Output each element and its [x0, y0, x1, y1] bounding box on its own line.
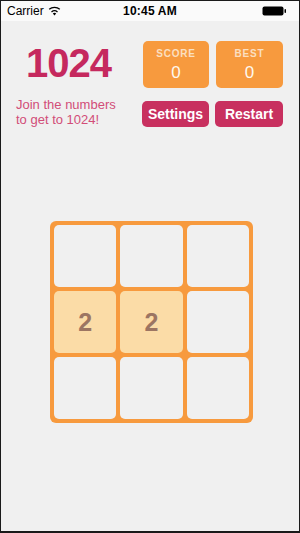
subtitle: Join the numbers to get to 1024! — [16, 98, 146, 127]
board-cell-empty — [54, 225, 116, 287]
best-label: BEST — [235, 48, 265, 59]
restart-button[interactable]: Restart — [215, 101, 283, 127]
subtitle-line-2: to get to 1024! — [16, 113, 146, 128]
board-cell-empty — [120, 357, 182, 419]
score-value: 0 — [171, 63, 180, 83]
board-cell-empty — [187, 291, 249, 353]
subtitle-line-1: Join the numbers — [16, 98, 146, 113]
settings-button[interactable]: Settings — [142, 101, 209, 127]
battery-icon — [262, 6, 286, 16]
board-cell-empty — [120, 225, 182, 287]
status-bar: Carrier 10:45 AM — [1, 1, 299, 21]
board[interactable]: 22 — [50, 221, 253, 423]
board-cell-empty — [54, 357, 116, 419]
tile-2: 2 — [120, 291, 182, 353]
best-value: 0 — [245, 63, 254, 83]
status-bar-time: 10:45 AM — [1, 4, 299, 18]
status-bar-right — [262, 1, 286, 21]
page-title: 1024 — [1, 41, 136, 86]
score-box: SCORE 0 — [143, 41, 209, 88]
best-box: BEST 0 — [216, 41, 283, 88]
board-cell-empty — [187, 357, 249, 419]
board-cell-empty — [187, 225, 249, 287]
tile-2: 2 — [54, 291, 116, 353]
score-label: SCORE — [156, 48, 196, 59]
